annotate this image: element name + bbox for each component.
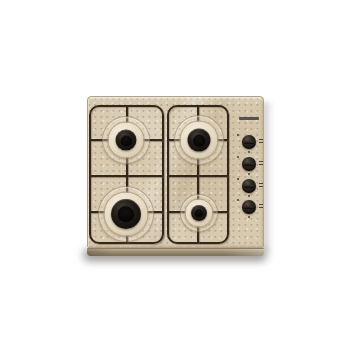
ignition-dot: [237, 156, 239, 158]
product-photo: [0, 0, 350, 350]
ignition-dot: [237, 134, 239, 136]
burner-cap-recess: [120, 134, 132, 146]
burner-cap: [191, 205, 207, 221]
control-knob-1: [233, 131, 265, 153]
knob-dial: [242, 200, 256, 214]
burner-position-icon: [259, 183, 263, 188]
control-knob-3: [233, 175, 265, 197]
ignition-dot: [237, 178, 239, 180]
burner-bottom-right: [180, 194, 218, 232]
burner-top-right: [174, 115, 224, 165]
knob-dial: [242, 135, 256, 149]
burner-cap-recess: [117, 205, 134, 222]
burner-position-icon: [259, 161, 263, 166]
burner-bottom-left: [98, 186, 154, 242]
ignition-dot: [237, 199, 239, 201]
gas-hob-surface: [87, 96, 264, 248]
hob-front-edge: [87, 248, 264, 256]
burner-position-icon: [259, 139, 263, 144]
burner-position-icon: [259, 204, 263, 209]
burner-cap-recess: [194, 208, 203, 217]
burner-cap: [116, 130, 137, 151]
burner-cap: [111, 199, 141, 229]
knob-dial: [242, 179, 256, 193]
burner-cap-recess: [192, 133, 205, 146]
setting-dot: [248, 216, 250, 218]
control-knob-4: [233, 196, 265, 218]
burner-cap: [188, 129, 211, 152]
burner-top-left: [102, 116, 150, 164]
knob-dial: [242, 157, 256, 171]
brand-logo: [239, 117, 259, 120]
control-knob-2: [233, 153, 265, 175]
